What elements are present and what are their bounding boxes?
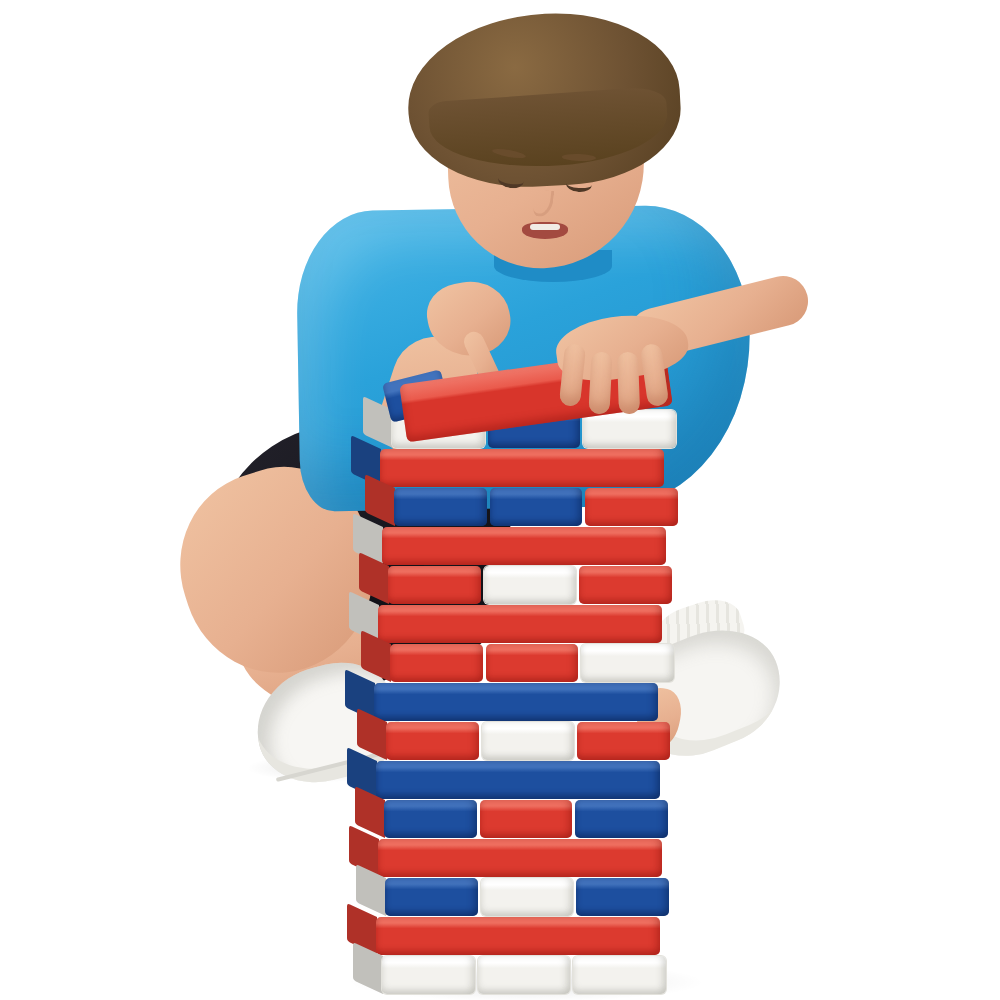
tower-layer-2 — [380, 449, 664, 487]
white-block — [482, 722, 575, 760]
white-block — [581, 644, 674, 682]
red-block — [486, 644, 579, 682]
white-block — [573, 956, 666, 994]
tower-layer-8 — [374, 683, 658, 721]
blue-block — [575, 800, 668, 838]
blue-block — [394, 488, 487, 526]
red-block — [480, 800, 573, 838]
red-block — [388, 566, 481, 604]
boy-right-finger-3 — [617, 352, 640, 415]
white-block — [484, 566, 577, 604]
red-block — [390, 644, 483, 682]
blue-block — [376, 761, 660, 799]
boy-mouth — [522, 222, 568, 239]
white-block — [382, 956, 475, 994]
white-block — [583, 410, 676, 448]
tower-layer-9 — [386, 722, 670, 760]
tower-layer-10 — [376, 761, 660, 799]
blue-block — [576, 878, 669, 916]
tower-stack — [382, 410, 666, 994]
tower-layer-13 — [385, 878, 669, 916]
blue-block — [374, 683, 658, 721]
red-block — [378, 839, 662, 877]
photo-scene — [0, 0, 1000, 1000]
red-block — [585, 488, 678, 526]
tower-layer-5 — [388, 566, 672, 604]
white-block — [481, 878, 574, 916]
tower-layer-11 — [384, 800, 668, 838]
red-block — [386, 722, 479, 760]
boy-right-finger-2 — [588, 351, 612, 414]
blue-block — [490, 488, 583, 526]
blue-block — [385, 878, 478, 916]
tower-layer-14 — [376, 917, 660, 955]
tower-layer-12 — [378, 839, 662, 877]
tower-layer-7 — [390, 644, 674, 682]
tower-layer-6 — [378, 605, 662, 643]
red-block — [577, 722, 670, 760]
tower-layer-4 — [382, 527, 666, 565]
boy-teeth — [530, 224, 560, 230]
tower-layer-15 — [382, 956, 666, 994]
blue-block — [384, 800, 477, 838]
red-block — [382, 527, 666, 565]
red-block — [579, 566, 672, 604]
red-block — [378, 605, 662, 643]
red-block — [376, 917, 660, 955]
tower-layer-3 — [394, 488, 678, 526]
white-block — [478, 956, 571, 994]
red-block — [380, 449, 664, 487]
